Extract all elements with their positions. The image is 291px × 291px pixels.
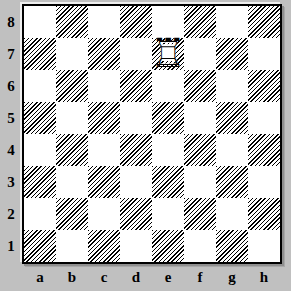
square-c4[interactable] — [88, 134, 120, 166]
square-c6[interactable] — [88, 70, 120, 102]
square-f5[interactable] — [184, 102, 216, 134]
square-e1[interactable] — [152, 230, 184, 262]
square-g7[interactable] — [216, 38, 248, 70]
square-c1[interactable] — [88, 230, 120, 262]
square-b3[interactable] — [56, 166, 88, 198]
file-label-a: a — [24, 264, 56, 290]
piece-outline: ♖ — [150, 37, 186, 69]
square-g6[interactable] — [216, 70, 248, 102]
square-h4[interactable] — [248, 134, 280, 166]
square-b7[interactable] — [56, 38, 88, 70]
square-d5[interactable] — [120, 102, 152, 134]
square-g5[interactable] — [216, 102, 248, 134]
square-e5[interactable] — [152, 102, 184, 134]
square-g3[interactable] — [216, 166, 248, 198]
square-e3[interactable] — [152, 166, 184, 198]
square-c3[interactable] — [88, 166, 120, 198]
rank-label-3: 3 — [0, 166, 22, 198]
square-f2[interactable] — [184, 198, 216, 230]
square-c7[interactable] — [88, 38, 120, 70]
square-e2[interactable] — [152, 198, 184, 230]
square-g1[interactable] — [216, 230, 248, 262]
file-label-e: e — [152, 264, 184, 290]
square-h1[interactable] — [248, 230, 280, 262]
square-b1[interactable] — [56, 230, 88, 262]
square-h5[interactable] — [248, 102, 280, 134]
chess-board[interactable]: ♜♖ — [22, 4, 282, 264]
square-f1[interactable] — [184, 230, 216, 262]
square-g8[interactable] — [216, 6, 248, 38]
square-e4[interactable] — [152, 134, 184, 166]
square-d7[interactable] — [120, 38, 152, 70]
rank-label-7: 7 — [0, 38, 22, 70]
square-f6[interactable] — [184, 70, 216, 102]
square-b6[interactable] — [56, 70, 88, 102]
square-a6[interactable] — [24, 70, 56, 102]
rank-label-5: 5 — [0, 102, 22, 134]
square-c2[interactable] — [88, 198, 120, 230]
square-a4[interactable] — [24, 134, 56, 166]
square-b8[interactable] — [56, 6, 88, 38]
square-d6[interactable] — [120, 70, 152, 102]
square-d4[interactable] — [120, 134, 152, 166]
square-a2[interactable] — [24, 198, 56, 230]
square-e7[interactable]: ♜♖ — [152, 38, 184, 70]
square-h2[interactable] — [248, 198, 280, 230]
square-c8[interactable] — [88, 6, 120, 38]
square-b2[interactable] — [56, 198, 88, 230]
square-a1[interactable] — [24, 230, 56, 262]
file-label-d: d — [120, 264, 152, 290]
rank-label-6: 6 — [0, 70, 22, 102]
rank-label-8: 8 — [0, 6, 22, 38]
file-label-h: h — [248, 264, 280, 290]
square-d1[interactable] — [120, 230, 152, 262]
square-h8[interactable] — [248, 6, 280, 38]
file-label-b: b — [56, 264, 88, 290]
square-a5[interactable] — [24, 102, 56, 134]
square-b4[interactable] — [56, 134, 88, 166]
rank-label-2: 2 — [0, 198, 22, 230]
square-h7[interactable] — [248, 38, 280, 70]
square-f8[interactable] — [184, 6, 216, 38]
square-g4[interactable] — [216, 134, 248, 166]
square-b5[interactable] — [56, 102, 88, 134]
square-h3[interactable] — [248, 166, 280, 198]
square-d3[interactable] — [120, 166, 152, 198]
white-rook-e7[interactable]: ♜♖ — [152, 38, 184, 70]
square-f7[interactable] — [184, 38, 216, 70]
square-c5[interactable] — [88, 102, 120, 134]
rank-label-4: 4 — [0, 134, 22, 166]
square-h6[interactable] — [248, 70, 280, 102]
file-label-g: g — [216, 264, 248, 290]
rank-labels: 87654321 — [0, 6, 22, 262]
square-a3[interactable] — [24, 166, 56, 198]
file-label-f: f — [184, 264, 216, 290]
square-g2[interactable] — [216, 198, 248, 230]
square-a7[interactable] — [24, 38, 56, 70]
square-a8[interactable] — [24, 6, 56, 38]
square-d2[interactable] — [120, 198, 152, 230]
file-labels: abcdefgh — [24, 264, 280, 290]
file-label-c: c — [88, 264, 120, 290]
square-d8[interactable] — [120, 6, 152, 38]
square-f3[interactable] — [184, 166, 216, 198]
rank-label-1: 1 — [0, 230, 22, 262]
square-f4[interactable] — [184, 134, 216, 166]
